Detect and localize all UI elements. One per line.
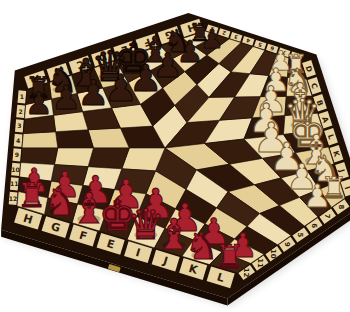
coordinate-label: 2 [18,108,22,115]
coordinate-label: 3 [17,122,21,129]
coordinate-label: 1 [20,93,24,100]
three-player-chess-set-photo: ABCDEFGH12345678DCBALKJI87659101112LKJIE… [0,0,350,312]
board-cell[interactable] [22,132,58,148]
piece-red-rook[interactable]: ♜ [17,176,47,215]
coordinate-label: 5 [296,233,304,238]
coordinate-label: 4 [16,137,20,144]
coordinate-label: 8 [337,204,345,209]
coordinate-label: 6 [310,223,318,228]
coordinate-label: 10 [269,249,277,259]
board-cell[interactable] [88,148,129,169]
piece-black-pawn[interactable]: ♟ [78,72,110,113]
piece-red-knight[interactable]: ♞ [185,224,219,268]
three-player-chess-board: ABCDEFGH12345678DCBALKJI87659101112LKJIE… [0,0,350,312]
piece-black-pawn[interactable]: ♟ [51,78,81,117]
coordinate-label: 7 [323,214,331,219]
board-cell[interactable] [56,130,94,148]
coordinate-label: 9 [15,151,19,158]
piece-red-rook[interactable]: ♜ [215,238,244,276]
piece-black-pawn[interactable]: ♟ [25,85,53,121]
coordinate-label: 9 [283,242,291,247]
piece-white-pawn[interactable]: ♟ [303,178,331,214]
piece-black-pawn[interactable]: ♟ [200,24,224,54]
